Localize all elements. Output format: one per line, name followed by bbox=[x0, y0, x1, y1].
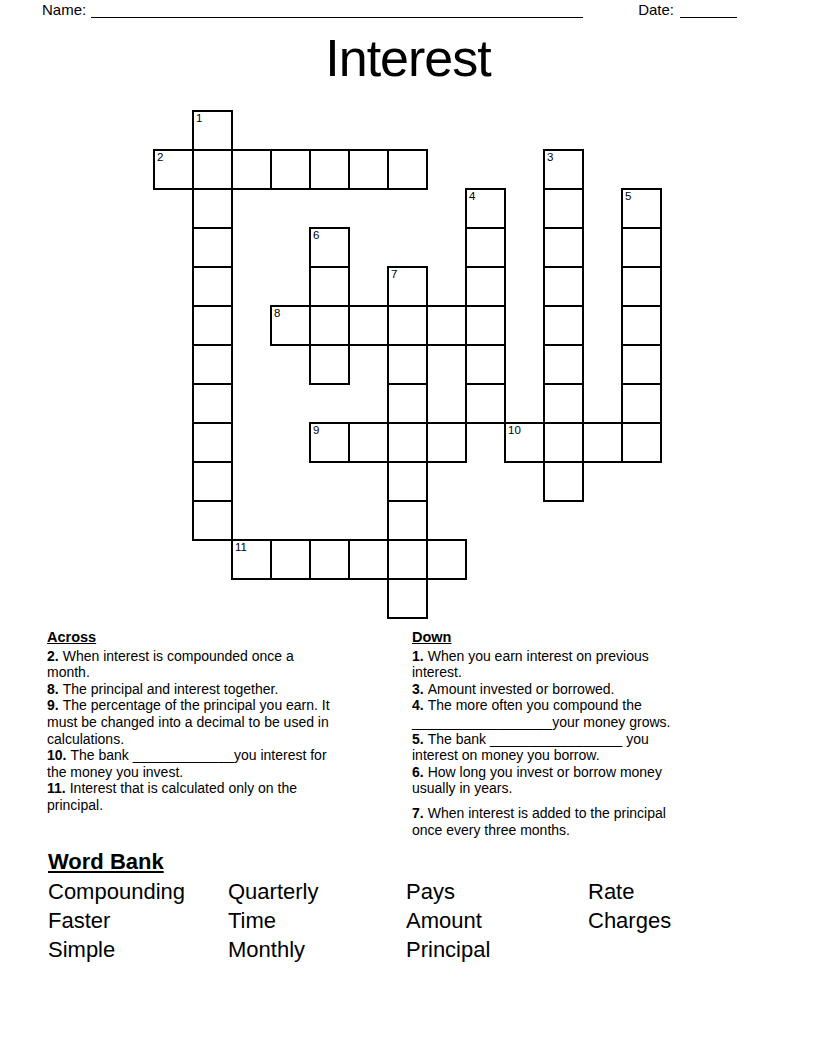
clue-number: 1. bbox=[412, 648, 424, 664]
grid-cell-r4-c1[interactable] bbox=[192, 266, 233, 307]
grid-cell-r5-c10[interactable] bbox=[543, 305, 584, 346]
grid-cell-r7-c6[interactable] bbox=[387, 383, 428, 424]
word-bank-heading: Word Bank bbox=[48, 850, 728, 874]
across-heading: Across bbox=[47, 629, 333, 646]
grid-cell-r1-c4[interactable] bbox=[309, 149, 350, 190]
grid-cell-r8-c10[interactable] bbox=[543, 422, 584, 463]
grid-cell-r11-c3[interactable] bbox=[270, 539, 311, 580]
clue-number-label: 9 bbox=[313, 424, 319, 437]
grid-cell-r9-c1[interactable] bbox=[192, 461, 233, 502]
worksheet-page: Name: Date: Interest 1234567891011 Acros… bbox=[0, 0, 816, 1056]
grid-cell-r11-c6[interactable] bbox=[387, 539, 428, 580]
grid-cell-r7-c10[interactable] bbox=[543, 383, 584, 424]
grid-cell-r8-c7[interactable] bbox=[426, 422, 467, 463]
clue-number: 2. bbox=[47, 648, 59, 664]
word-bank-item-compounding: Compounding bbox=[48, 881, 228, 903]
grid-cell-r9-c10[interactable] bbox=[543, 461, 584, 502]
name-label: Name: bbox=[42, 1, 86, 18]
clue-down-4: 4.The more often you compound the ______… bbox=[412, 697, 698, 730]
date-label: Date: bbox=[638, 1, 674, 18]
grid-cell-r7-c12[interactable] bbox=[621, 383, 662, 424]
word-bank-section: Word Bank Compounding Quarterly Pays Rat… bbox=[48, 850, 728, 961]
grid-cell-r12-c6[interactable] bbox=[387, 578, 428, 619]
grid-cell-r6-c4[interactable] bbox=[309, 344, 350, 385]
clue-number-label: 3 bbox=[547, 151, 553, 164]
grid-cell-r1-c10[interactable]: 3 bbox=[543, 149, 584, 190]
clue-down-3: 3.Amount invested or borrowed. bbox=[412, 681, 698, 698]
grid-cell-r4-c10[interactable] bbox=[543, 266, 584, 307]
clue-across-9: 9.The percentage of the principal you ea… bbox=[47, 697, 333, 747]
grid-cell-r1-c1[interactable] bbox=[192, 149, 233, 190]
grid-cell-r11-c7[interactable] bbox=[426, 539, 467, 580]
word-bank-item-faster: Faster bbox=[48, 910, 228, 932]
clue-number-label: 7 bbox=[391, 268, 397, 281]
clue-number-label: 10 bbox=[508, 424, 521, 437]
grid-cell-r2-c8[interactable]: 4 bbox=[465, 188, 506, 229]
word-bank-item-principal: Principal bbox=[406, 939, 588, 961]
clue-number-label: 6 bbox=[313, 229, 319, 242]
grid-cell-r4-c6[interactable]: 7 bbox=[387, 266, 428, 307]
grid-cell-r1-c0[interactable]: 2 bbox=[153, 149, 194, 190]
grid-cell-r4-c12[interactable] bbox=[621, 266, 662, 307]
grid-cell-r6-c12[interactable] bbox=[621, 344, 662, 385]
grid-cell-r8-c4[interactable]: 9 bbox=[309, 422, 350, 463]
grid-cell-r8-c6[interactable] bbox=[387, 422, 428, 463]
clue-number: 10. bbox=[47, 747, 66, 763]
grid-cell-r10-c6[interactable] bbox=[387, 500, 428, 541]
across-clues-section: Across 2.When interest is compounded onc… bbox=[47, 629, 333, 814]
grid-cell-r5-c7[interactable] bbox=[426, 305, 467, 346]
clue-number-label: 2 bbox=[157, 151, 163, 164]
grid-cell-r4-c8[interactable] bbox=[465, 266, 506, 307]
clue-text: Amount invested or borrowed. bbox=[428, 681, 615, 697]
clue-number: 5. bbox=[412, 731, 424, 747]
clue-number-label: 5 bbox=[625, 190, 631, 203]
clue-text: How long you invest or borrow money usua… bbox=[412, 764, 662, 797]
clue-number: 6. bbox=[412, 764, 424, 780]
grid-cell-r11-c4[interactable] bbox=[309, 539, 350, 580]
grid-cell-r5-c1[interactable] bbox=[192, 305, 233, 346]
puzzle-title: Interest bbox=[0, 28, 816, 88]
clue-down-6: 6.How long you invest or borrow money us… bbox=[412, 764, 698, 797]
grid-cell-r7-c8[interactable] bbox=[465, 383, 506, 424]
grid-cell-r1-c2[interactable] bbox=[231, 149, 272, 190]
grid-cell-r0-c1[interactable]: 1 bbox=[192, 110, 233, 151]
grid-cell-r8-c1[interactable] bbox=[192, 422, 233, 463]
grid-cell-r4-c4[interactable] bbox=[309, 266, 350, 307]
clue-down-1: 1.When you earn interest on previous int… bbox=[412, 648, 698, 681]
down-clues-section: Down 1.When you earn interest on previou… bbox=[412, 629, 698, 838]
grid-cell-r11-c2[interactable]: 11 bbox=[231, 539, 272, 580]
word-bank-grid: Compounding Quarterly Pays Rate Faster T… bbox=[48, 881, 728, 961]
grid-cell-r8-c5[interactable] bbox=[348, 422, 389, 463]
clue-text: The more often you compound the ________… bbox=[412, 697, 670, 730]
crossword-grid: 1234567891011 bbox=[153, 110, 662, 619]
grid-cell-r3-c4[interactable]: 6 bbox=[309, 227, 350, 268]
grid-cell-r2-c12[interactable]: 5 bbox=[621, 188, 662, 229]
clue-number: 11. bbox=[47, 780, 66, 796]
clue-number: 7. bbox=[412, 805, 424, 821]
grid-cell-r6-c10[interactable] bbox=[543, 344, 584, 385]
grid-cell-r3-c10[interactable] bbox=[543, 227, 584, 268]
clue-text: The percentage of the principal you earn… bbox=[47, 697, 330, 746]
grid-cell-r10-c1[interactable] bbox=[192, 500, 233, 541]
clue-number: 9. bbox=[47, 697, 59, 713]
clue-number-label: 1 bbox=[196, 112, 202, 125]
grid-cell-r1-c5[interactable] bbox=[348, 149, 389, 190]
clue-text: When you earn interest on previous inter… bbox=[412, 648, 649, 681]
grid-cell-r3-c12[interactable] bbox=[621, 227, 662, 268]
word-bank-item-monthly: Monthly bbox=[228, 939, 406, 961]
grid-cell-r5-c3[interactable]: 8 bbox=[270, 305, 311, 346]
grid-cell-r2-c1[interactable] bbox=[192, 188, 233, 229]
clue-text: When interest is added to the principal … bbox=[412, 805, 666, 838]
down-heading: Down bbox=[412, 629, 698, 646]
clue-across-10: 10.The bank _____________you interest fo… bbox=[47, 747, 333, 780]
clue-text: The bank _________________ you interest … bbox=[412, 731, 649, 764]
clue-down-5: 5.The bank _________________ you interes… bbox=[412, 731, 698, 764]
grid-cell-r8-c9[interactable]: 10 bbox=[504, 422, 545, 463]
clue-text: When interest is compounded once a month… bbox=[47, 648, 294, 681]
grid-cell-r7-c1[interactable] bbox=[192, 383, 233, 424]
clue-text: Interest that is calculated only on the … bbox=[47, 780, 297, 813]
word-bank-item-time: Time bbox=[228, 910, 406, 932]
clue-text: The bank _____________you interest for t… bbox=[47, 747, 327, 780]
clue-number: 8. bbox=[47, 681, 59, 697]
grid-cell-r3-c8[interactable] bbox=[465, 227, 506, 268]
clue-number-label: 11 bbox=[235, 541, 247, 554]
clue-across-11: 11.Interest that is calculated only on t… bbox=[47, 780, 333, 813]
grid-cell-r6-c1[interactable] bbox=[192, 344, 233, 385]
grid-cell-r5-c8[interactable] bbox=[465, 305, 506, 346]
grid-cell-r6-c8[interactable] bbox=[465, 344, 506, 385]
date-blank-line[interactable] bbox=[680, 2, 737, 18]
grid-cell-r1-c6[interactable] bbox=[387, 149, 428, 190]
grid-cell-r6-c6[interactable] bbox=[387, 344, 428, 385]
grid-cell-r11-c5[interactable] bbox=[348, 539, 389, 580]
clue-across-2: 2.When interest is compounded once a mon… bbox=[47, 648, 333, 681]
grid-cell-r9-c6[interactable] bbox=[387, 461, 428, 502]
clue-number-label: 8 bbox=[274, 307, 280, 320]
clue-number-label: 4 bbox=[469, 190, 475, 203]
grid-cell-r2-c10[interactable] bbox=[543, 188, 584, 229]
clue-number: 4. bbox=[412, 697, 424, 713]
word-bank-item-amount: Amount bbox=[406, 910, 588, 932]
grid-cell-r5-c12[interactable] bbox=[621, 305, 662, 346]
grid-cell-r5-c4[interactable] bbox=[309, 305, 350, 346]
word-bank-item-quarterly: Quarterly bbox=[228, 881, 406, 903]
word-bank-item-charges: Charges bbox=[588, 910, 728, 932]
clue-down-7: 7.When interest is added to the principa… bbox=[412, 805, 698, 838]
grid-cell-r1-c3[interactable] bbox=[270, 149, 311, 190]
grid-cell-r8-c11[interactable] bbox=[582, 422, 623, 463]
header: Name: Date: bbox=[42, 1, 737, 18]
clue-number: 3. bbox=[412, 681, 424, 697]
grid-cell-r5-c5[interactable] bbox=[348, 305, 389, 346]
grid-cell-r5-c6[interactable] bbox=[387, 305, 428, 346]
grid-cell-r3-c1[interactable] bbox=[192, 227, 233, 268]
word-bank-item-rate: Rate bbox=[588, 881, 728, 903]
clue-across-8: 8.The principal and interest together. bbox=[47, 681, 333, 698]
clue-text: The principal and interest together. bbox=[63, 681, 279, 697]
word-bank-item-pays: Pays bbox=[406, 881, 588, 903]
name-blank-line[interactable] bbox=[91, 2, 583, 18]
word-bank-item-simple: Simple bbox=[48, 939, 228, 961]
grid-cell-r8-c12[interactable] bbox=[621, 422, 662, 463]
